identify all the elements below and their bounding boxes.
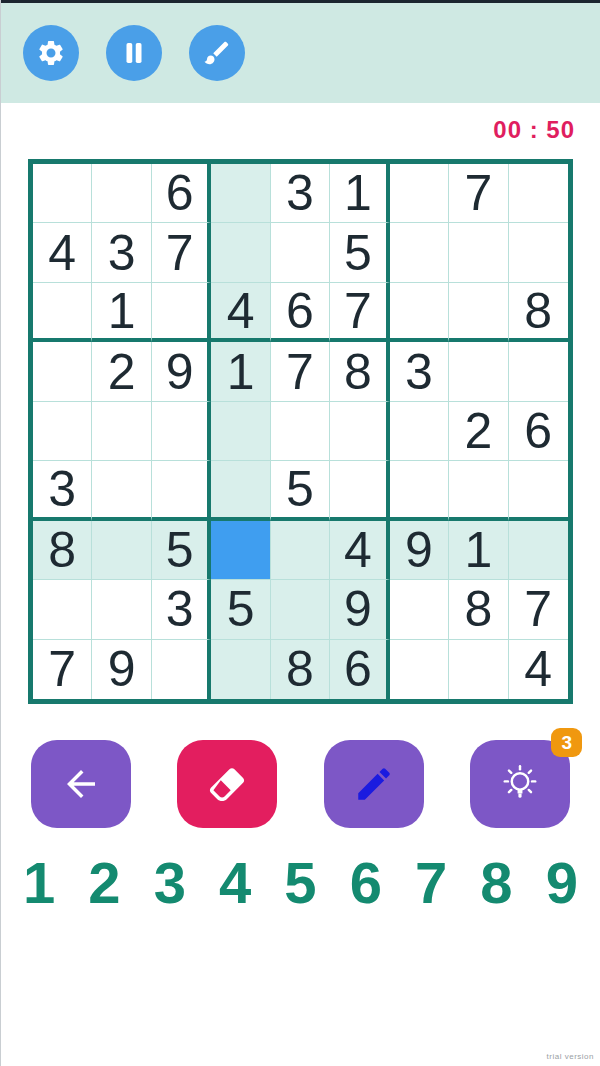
cell-r5c2[interactable] bbox=[92, 402, 151, 461]
hint-count-badge: 3 bbox=[551, 728, 582, 757]
cell-r8c3[interactable]: 3 bbox=[152, 580, 211, 639]
cell-r6c3[interactable] bbox=[152, 461, 211, 520]
cell-r3c6[interactable]: 7 bbox=[330, 283, 389, 342]
arrow-left-icon bbox=[60, 763, 102, 805]
cell-r7c5[interactable] bbox=[271, 521, 330, 580]
cell-r6c6[interactable] bbox=[330, 461, 389, 520]
timer: 00 : 50 bbox=[493, 116, 575, 144]
undo-button[interactable] bbox=[31, 740, 131, 828]
cell-r3c7[interactable] bbox=[390, 283, 449, 342]
cell-r9c6[interactable]: 6 bbox=[330, 640, 389, 699]
cell-r2c1[interactable]: 4 bbox=[33, 223, 92, 282]
cell-r8c4[interactable]: 5 bbox=[211, 580, 270, 639]
board-wrap: 63174375146782917832635854913598779864 bbox=[1, 159, 600, 704]
cell-r4c7[interactable]: 3 bbox=[390, 342, 449, 401]
numpad-7[interactable]: 7 bbox=[415, 854, 447, 912]
cell-r3c4[interactable]: 4 bbox=[211, 283, 270, 342]
cell-r5c4[interactable] bbox=[211, 402, 270, 461]
cell-r4c8[interactable] bbox=[449, 342, 508, 401]
cell-r6c1[interactable]: 3 bbox=[33, 461, 92, 520]
cell-r8c1[interactable] bbox=[33, 580, 92, 639]
action-bar: 3 bbox=[1, 740, 600, 828]
cell-r9c5[interactable]: 8 bbox=[271, 640, 330, 699]
cell-r3c9[interactable]: 8 bbox=[509, 283, 568, 342]
cell-r6c8[interactable] bbox=[449, 461, 508, 520]
top-bar bbox=[1, 3, 600, 103]
hint-button[interactable]: 3 bbox=[470, 740, 570, 828]
cell-r1c2[interactable] bbox=[92, 164, 151, 223]
cell-r8c2[interactable] bbox=[92, 580, 151, 639]
cell-r6c7[interactable] bbox=[390, 461, 449, 520]
numpad-1[interactable]: 1 bbox=[23, 854, 55, 912]
cell-r7c2[interactable] bbox=[92, 521, 151, 580]
numpad-2[interactable]: 2 bbox=[88, 854, 120, 912]
pause-icon bbox=[119, 38, 149, 68]
cell-r6c2[interactable] bbox=[92, 461, 151, 520]
cell-r5c8[interactable]: 2 bbox=[449, 402, 508, 461]
cell-r2c8[interactable] bbox=[449, 223, 508, 282]
timer-row: 00 : 50 bbox=[1, 103, 600, 144]
number-pad: 123456789 bbox=[1, 854, 600, 912]
cell-r3c2[interactable]: 1 bbox=[92, 283, 151, 342]
gear-icon bbox=[36, 38, 66, 68]
cell-r1c4[interactable] bbox=[211, 164, 270, 223]
cell-r5c5[interactable] bbox=[271, 402, 330, 461]
cell-r6c9[interactable] bbox=[509, 461, 568, 520]
cell-r4c9[interactable] bbox=[509, 342, 568, 401]
cell-r5c9[interactable]: 6 bbox=[509, 402, 568, 461]
cell-r4c5[interactable]: 7 bbox=[271, 342, 330, 401]
pencil-icon bbox=[353, 763, 395, 805]
cell-r9c8[interactable] bbox=[449, 640, 508, 699]
erase-button[interactable] bbox=[177, 740, 277, 828]
cell-r8c8[interactable]: 8 bbox=[449, 580, 508, 639]
cell-r4c3[interactable]: 9 bbox=[152, 342, 211, 401]
cell-r4c2[interactable]: 2 bbox=[92, 342, 151, 401]
sudoku-board: 63174375146782917832635854913598779864 bbox=[28, 159, 573, 704]
cell-r7c9[interactable] bbox=[509, 521, 568, 580]
cell-r1c9[interactable] bbox=[509, 164, 568, 223]
cell-r5c7[interactable] bbox=[390, 402, 449, 461]
cell-r1c3[interactable]: 6 bbox=[152, 164, 211, 223]
cell-r9c1[interactable]: 7 bbox=[33, 640, 92, 699]
cell-r6c5[interactable]: 5 bbox=[271, 461, 330, 520]
cell-r3c5[interactable]: 6 bbox=[271, 283, 330, 342]
cell-r2c5[interactable] bbox=[271, 223, 330, 282]
numpad-8[interactable]: 8 bbox=[480, 854, 512, 912]
cell-r7c8[interactable]: 1 bbox=[449, 521, 508, 580]
cell-r2c4[interactable] bbox=[211, 223, 270, 282]
cell-r5c1[interactable] bbox=[33, 402, 92, 461]
cell-r9c4[interactable] bbox=[211, 640, 270, 699]
cell-r8c9[interactable]: 7 bbox=[509, 580, 568, 639]
cell-r5c6[interactable] bbox=[330, 402, 389, 461]
cell-r4c4[interactable]: 1 bbox=[211, 342, 270, 401]
numpad-6[interactable]: 6 bbox=[350, 854, 382, 912]
cell-r7c6[interactable]: 4 bbox=[330, 521, 389, 580]
cell-r7c1[interactable]: 8 bbox=[33, 521, 92, 580]
watermark: trial version bbox=[547, 1052, 594, 1061]
eraser-icon bbox=[206, 763, 248, 805]
numpad-3[interactable]: 3 bbox=[154, 854, 186, 912]
cell-r9c2[interactable]: 9 bbox=[92, 640, 151, 699]
cell-r7c4[interactable] bbox=[211, 521, 270, 580]
settings-button[interactable] bbox=[23, 25, 79, 81]
theme-button[interactable] bbox=[189, 25, 245, 81]
cell-r1c5[interactable]: 3 bbox=[271, 164, 330, 223]
brush-icon bbox=[202, 38, 232, 68]
cell-r4c6[interactable]: 8 bbox=[330, 342, 389, 401]
cell-r1c8[interactable]: 7 bbox=[449, 164, 508, 223]
cell-r8c5[interactable] bbox=[271, 580, 330, 639]
cell-r2c7[interactable] bbox=[390, 223, 449, 282]
cell-r8c6[interactable]: 9 bbox=[330, 580, 389, 639]
cell-r3c8[interactable] bbox=[449, 283, 508, 342]
cell-r7c7[interactable]: 9 bbox=[390, 521, 449, 580]
numpad-5[interactable]: 5 bbox=[284, 854, 316, 912]
numpad-9[interactable]: 9 bbox=[546, 854, 578, 912]
pause-button[interactable] bbox=[106, 25, 162, 81]
cell-r2c9[interactable] bbox=[509, 223, 568, 282]
cell-r3c1[interactable] bbox=[33, 283, 92, 342]
lightbulb-icon bbox=[499, 763, 541, 805]
cell-r2c3[interactable]: 7 bbox=[152, 223, 211, 282]
cell-r1c1[interactable] bbox=[33, 164, 92, 223]
cell-r1c7[interactable] bbox=[390, 164, 449, 223]
cell-r5c3[interactable] bbox=[152, 402, 211, 461]
cell-r6c4[interactable] bbox=[211, 461, 270, 520]
cell-r3c3[interactable] bbox=[152, 283, 211, 342]
cell-r8c7[interactable] bbox=[390, 580, 449, 639]
cell-r4c1[interactable] bbox=[33, 342, 92, 401]
cell-r2c2[interactable]: 3 bbox=[92, 223, 151, 282]
cell-r9c3[interactable] bbox=[152, 640, 211, 699]
cell-r9c7[interactable] bbox=[390, 640, 449, 699]
numpad-4[interactable]: 4 bbox=[219, 854, 251, 912]
notes-button[interactable] bbox=[324, 740, 424, 828]
cell-r1c6[interactable]: 1 bbox=[330, 164, 389, 223]
cell-r9c9[interactable]: 4 bbox=[509, 640, 568, 699]
cell-r2c6[interactable]: 5 bbox=[330, 223, 389, 282]
cell-r7c3[interactable]: 5 bbox=[152, 521, 211, 580]
